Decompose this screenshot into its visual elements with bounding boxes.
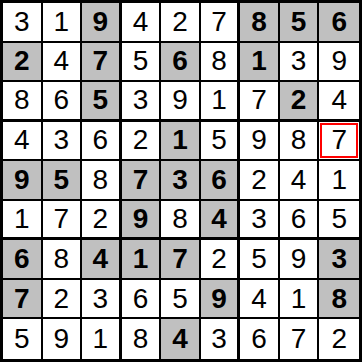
sudoku-cell[interactable]: 7: [161, 240, 201, 280]
sudoku-cell[interactable]: 9: [161, 82, 201, 122]
sudoku-cell[interactable]: 1: [240, 43, 280, 83]
sudoku-cell[interactable]: 5: [82, 82, 122, 122]
sudoku-cell[interactable]: 3: [3, 3, 43, 43]
sudoku-cell[interactable]: 3: [43, 122, 83, 162]
sudoku-cell[interactable]: 4: [280, 161, 320, 201]
sudoku-cell[interactable]: 5: [240, 240, 280, 280]
sudoku-cell[interactable]: 7: [82, 43, 122, 83]
sudoku-cell[interactable]: 4: [43, 43, 83, 83]
sudoku-cell[interactable]: 1: [201, 82, 241, 122]
sudoku-cell[interactable]: 9: [122, 201, 162, 241]
sudoku-cell[interactable]: 9: [280, 240, 320, 280]
sudoku-cell[interactable]: 5: [43, 161, 83, 201]
sudoku-cell[interactable]: 1: [161, 122, 201, 162]
sudoku-cell[interactable]: 9: [43, 319, 83, 359]
sudoku-cell[interactable]: 4: [82, 240, 122, 280]
sudoku-cell[interactable]: 8: [161, 201, 201, 241]
sudoku-cell[interactable]: 2: [161, 3, 201, 43]
sudoku-cell[interactable]: 1: [122, 240, 162, 280]
sudoku-cell[interactable]: 2: [82, 201, 122, 241]
sudoku-cell[interactable]: 6: [82, 122, 122, 162]
sudoku-cell[interactable]: 9: [201, 280, 241, 320]
sudoku-cell[interactable]: 1: [43, 3, 83, 43]
sudoku-cell[interactable]: 2: [201, 240, 241, 280]
sudoku-cell[interactable]: 8: [319, 280, 359, 320]
sudoku-cell[interactable]: 6: [319, 3, 359, 43]
sudoku-cell[interactable]: 2: [122, 122, 162, 162]
sudoku-cell[interactable]: 3: [280, 43, 320, 83]
sudoku-cell[interactable]: 1: [82, 319, 122, 359]
sudoku-cell[interactable]: 9: [240, 122, 280, 162]
sudoku-cell[interactable]: 5: [3, 319, 43, 359]
sudoku-cell[interactable]: 8: [201, 43, 241, 83]
sudoku-cell[interactable]: 4: [319, 82, 359, 122]
sudoku-cell[interactable]: 5: [201, 122, 241, 162]
sudoku-cell[interactable]: 2: [280, 82, 320, 122]
sudoku-cell[interactable]: 5: [122, 43, 162, 83]
sudoku-cell[interactable]: 3: [122, 82, 162, 122]
sudoku-cell[interactable]: 1: [319, 161, 359, 201]
sudoku-cell[interactable]: 7: [3, 280, 43, 320]
sudoku-cell[interactable]: 1: [3, 201, 43, 241]
sudoku-cell[interactable]: 4: [240, 280, 280, 320]
sudoku-cell[interactable]: 7: [43, 201, 83, 241]
sudoku-cell[interactable]: 8: [280, 122, 320, 162]
sudoku-cell[interactable]: 2: [319, 319, 359, 359]
sudoku-cell[interactable]: 3: [201, 319, 241, 359]
sudoku-cell[interactable]: 3: [319, 240, 359, 280]
sudoku-cell[interactable]: 4: [201, 201, 241, 241]
sudoku-cell[interactable]: 2: [3, 43, 43, 83]
sudoku-cell[interactable]: 8: [240, 3, 280, 43]
sudoku-cell[interactable]: 4: [161, 319, 201, 359]
selected-cell-highlight: [320, 123, 358, 159]
sudoku-cell[interactable]: 8: [43, 240, 83, 280]
sudoku-cell[interactable]: 9: [82, 3, 122, 43]
sudoku-cell[interactable]: 7: [122, 161, 162, 201]
sudoku-cell[interactable]: 6: [240, 319, 280, 359]
sudoku-cell[interactable]: 1: [280, 280, 320, 320]
sudoku-cell[interactable]: 8: [82, 161, 122, 201]
sudoku-cell[interactable]: 7: [280, 319, 320, 359]
sudoku-cell[interactable]: 4: [122, 3, 162, 43]
sudoku-cell[interactable]: 5: [280, 3, 320, 43]
sudoku-cell[interactable]: 8: [3, 82, 43, 122]
sudoku-cell[interactable]: 2: [240, 161, 280, 201]
sudoku-cell[interactable]: 5: [319, 201, 359, 241]
sudoku-cell[interactable]: 6: [122, 280, 162, 320]
sudoku-cell[interactable]: 9: [3, 161, 43, 201]
sudoku-cell[interactable]: 3: [240, 201, 280, 241]
sudoku-cell[interactable]: 6: [43, 82, 83, 122]
sudoku-cell[interactable]: 6: [201, 161, 241, 201]
sudoku-cell[interactable]: 8: [122, 319, 162, 359]
sudoku-board: 3194278562475681398653917244362159879587…: [0, 0, 362, 362]
sudoku-cell[interactable]: 6: [280, 201, 320, 241]
sudoku-cell[interactable]: 3: [82, 280, 122, 320]
sudoku-cell[interactable]: 3: [161, 161, 201, 201]
sudoku-cell[interactable]: 4: [3, 122, 43, 162]
sudoku-cell[interactable]: 7: [240, 82, 280, 122]
sudoku-cell[interactable]: 2: [43, 280, 83, 320]
sudoku-cell[interactable]: 6: [161, 43, 201, 83]
sudoku-cell[interactable]: 9: [319, 43, 359, 83]
sudoku-cell[interactable]: 7: [319, 122, 359, 162]
sudoku-cell[interactable]: 6: [3, 240, 43, 280]
sudoku-cell[interactable]: 7: [201, 3, 241, 43]
sudoku-cell[interactable]: 5: [161, 280, 201, 320]
